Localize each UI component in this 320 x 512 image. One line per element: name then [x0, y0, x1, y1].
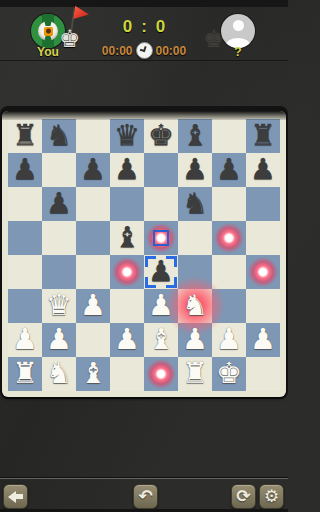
piece-black-rook[interactable]: ♜ [246, 119, 280, 153]
undo-button[interactable]: ↶ [133, 484, 158, 509]
square-b5[interactable] [42, 221, 76, 255]
square-h6[interactable] [246, 187, 280, 221]
square-g7[interactable]: ♟ [212, 153, 246, 187]
square-f8[interactable]: ♝ [178, 119, 212, 153]
square-g2[interactable]: ♟ [212, 323, 246, 357]
square-c8[interactable] [76, 119, 110, 153]
square-b2[interactable]: ♟ [42, 323, 76, 357]
selection-bracket [145, 256, 177, 288]
piece-black-queen[interactable]: ♛ [110, 119, 144, 153]
topbar-divider [0, 60, 288, 62]
square-e4[interactable]: ♟ [144, 255, 178, 289]
time-left: 00:00 [102, 44, 133, 58]
piece-black-bishop[interactable]: ♝ [178, 119, 212, 153]
piece-black-pawn[interactable]: ♟ [178, 153, 212, 187]
piece-white-knight[interactable]: ♞ [42, 357, 76, 391]
attack-dot [111, 256, 143, 288]
square-b6[interactable]: ♟ [42, 187, 76, 221]
soccer-ball-icon [38, 21, 58, 41]
square-c7[interactable]: ♟ [76, 153, 110, 187]
square-a3[interactable] [8, 289, 42, 323]
left-arrow-icon [8, 492, 23, 502]
square-c5[interactable] [76, 221, 110, 255]
clock-icon [136, 42, 153, 59]
piece-black-pawn[interactable]: ♟ [212, 153, 246, 187]
square-g8[interactable] [212, 119, 246, 153]
square-e2[interactable]: ♝ [144, 323, 178, 357]
piece-white-rook[interactable]: ♜ [8, 357, 42, 391]
square-f2[interactable]: ♟ [178, 323, 212, 357]
square-e7[interactable] [144, 153, 178, 187]
square-g6[interactable] [212, 187, 246, 221]
piece-white-pawn[interactable]: ♟ [178, 323, 212, 357]
square-e6[interactable] [144, 187, 178, 221]
square-b3[interactable]: ♛ [42, 289, 76, 323]
square-h3[interactable] [246, 289, 280, 323]
piece-black-rook[interactable]: ♜ [8, 119, 42, 153]
move-origin-marker [153, 230, 169, 246]
piece-black-king[interactable]: ♚ [144, 119, 178, 153]
attack-dot [213, 222, 245, 254]
square-e1[interactable] [144, 357, 178, 391]
piece-white-knight[interactable]: ♞ [178, 289, 212, 323]
piece-white-bishop[interactable]: ♝ [76, 357, 110, 391]
square-d3[interactable] [110, 289, 144, 323]
square-g5[interactable] [212, 221, 246, 255]
time-row: 00:00 00:00 [90, 42, 198, 59]
square-h8[interactable]: ♜ [246, 119, 280, 153]
square-f3[interactable]: ♞ [178, 289, 212, 323]
score-right: 0 [156, 17, 165, 37]
piece-white-rook[interactable]: ♜ [178, 357, 212, 391]
square-b4[interactable] [42, 255, 76, 289]
player-opponent-avatar [221, 14, 255, 48]
score-left: 0 [123, 17, 132, 37]
player-you-label: You [30, 45, 66, 59]
square-d2[interactable]: ♟ [110, 323, 144, 357]
settings-button[interactable]: ⚙ [259, 484, 284, 509]
piece-black-pawn[interactable]: ♟ [246, 153, 280, 187]
square-h5[interactable] [246, 221, 280, 255]
square-h7[interactable]: ♟ [246, 153, 280, 187]
square-h4[interactable] [246, 255, 280, 289]
top-strip [0, 0, 288, 7]
piece-black-knight[interactable]: ♞ [42, 119, 76, 153]
piece-white-bishop[interactable]: ♝ [144, 323, 178, 357]
square-h1[interactable] [246, 357, 280, 391]
gear-icon: ⚙ [264, 485, 279, 508]
piece-white-pawn[interactable]: ♟ [246, 323, 280, 357]
piece-white-pawn[interactable]: ♟ [212, 323, 246, 357]
square-f7[interactable]: ♟ [178, 153, 212, 187]
rotate-icon: ⟳ [236, 485, 250, 508]
piece-white-pawn[interactable]: ♟ [76, 289, 110, 323]
square-a1[interactable]: ♜ [8, 357, 42, 391]
piece-black-bishop[interactable]: ♝ [110, 221, 144, 255]
piece-white-pawn[interactable]: ♟ [144, 289, 178, 323]
time-right: 00:00 [156, 44, 187, 58]
square-f1[interactable]: ♜ [178, 357, 212, 391]
square-a6[interactable] [8, 187, 42, 221]
square-c1[interactable]: ♝ [76, 357, 110, 391]
person-head [233, 20, 244, 31]
piece-black-pawn[interactable]: ♟ [76, 153, 110, 187]
square-h2[interactable]: ♟ [246, 323, 280, 357]
square-a2[interactable]: ♟ [8, 323, 42, 357]
square-g1[interactable]: ♚ [212, 357, 246, 391]
piece-black-knight[interactable]: ♞ [178, 187, 212, 221]
square-b1[interactable]: ♞ [42, 357, 76, 391]
piece-black-pawn[interactable]: ♟ [8, 153, 42, 187]
score-display: 0 : 0 [94, 17, 194, 37]
piece-white-king[interactable]: ♚ [212, 357, 246, 391]
square-c3[interactable]: ♟ [76, 289, 110, 323]
toolbar-divider [0, 478, 288, 479]
square-a7[interactable]: ♟ [8, 153, 42, 187]
piece-black-pawn[interactable]: ♟ [110, 153, 144, 187]
square-e5[interactable] [144, 221, 178, 255]
square-d5[interactable]: ♝ [110, 221, 144, 255]
piece-white-pawn[interactable]: ♟ [110, 323, 144, 357]
square-d7[interactable]: ♟ [110, 153, 144, 187]
score-separator: : [141, 17, 147, 37]
square-b8[interactable]: ♞ [42, 119, 76, 153]
square-c6[interactable] [76, 187, 110, 221]
chess-board[interactable]: ♜♞♛♚♝♜♟♟♟♟♟♟♟♞♝♟♛♟♟♞♟♟♟♝♟♟♟♜♞♝♜♚ [8, 119, 280, 391]
back-button[interactable] [3, 484, 28, 509]
attack-dot [145, 358, 177, 390]
square-c2[interactable] [76, 323, 110, 357]
square-f6[interactable]: ♞ [178, 187, 212, 221]
player-opponent-label: ? [220, 45, 256, 59]
piece-black-pawn[interactable]: ♟ [42, 187, 76, 221]
undo-arrow-icon: ↶ [138, 485, 152, 508]
square-d1[interactable] [110, 357, 144, 391]
square-a4[interactable] [8, 255, 42, 289]
square-a8[interactable]: ♜ [8, 119, 42, 153]
square-d4[interactable] [110, 255, 144, 289]
piece-white-pawn[interactable]: ♟ [8, 323, 42, 357]
piece-white-pawn[interactable]: ♟ [42, 323, 76, 357]
rotate-board-button[interactable]: ⟳ [231, 484, 256, 509]
square-f5[interactable] [178, 221, 212, 255]
piece-white-queen[interactable]: ♛ [42, 289, 76, 323]
attack-dot [247, 256, 279, 288]
square-d8[interactable]: ♛ [110, 119, 144, 153]
square-b7[interactable] [42, 153, 76, 187]
square-e8[interactable]: ♚ [144, 119, 178, 153]
square-c4[interactable] [76, 255, 110, 289]
square-a5[interactable] [8, 221, 42, 255]
square-d6[interactable] [110, 187, 144, 221]
square-e3[interactable]: ♟ [144, 289, 178, 323]
